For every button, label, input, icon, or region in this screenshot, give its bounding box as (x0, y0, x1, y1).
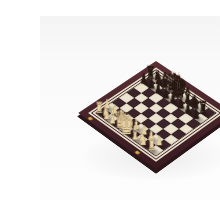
chess-set-photo: Wooden folding chess set, angled overhea… (40, 16, 220, 200)
white-rook[interactable]: ♜ (140, 138, 162, 154)
black-pawn[interactable]: ♟ (185, 107, 207, 122)
square-h7[interactable]: ♟ (193, 113, 208, 123)
square-g4[interactable] (164, 123, 179, 134)
square-h1[interactable]: ♜ (148, 145, 163, 156)
